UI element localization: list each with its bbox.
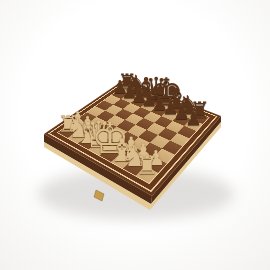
brass-clasp: [94, 190, 104, 201]
chess-set-photo: ♜♞♝♛♚♝♞♜♟♟♟♟♟♟♟♟♟♟♟♟♟♟♟♟♜♞♝♛♚♝♞♜: [0, 0, 270, 270]
